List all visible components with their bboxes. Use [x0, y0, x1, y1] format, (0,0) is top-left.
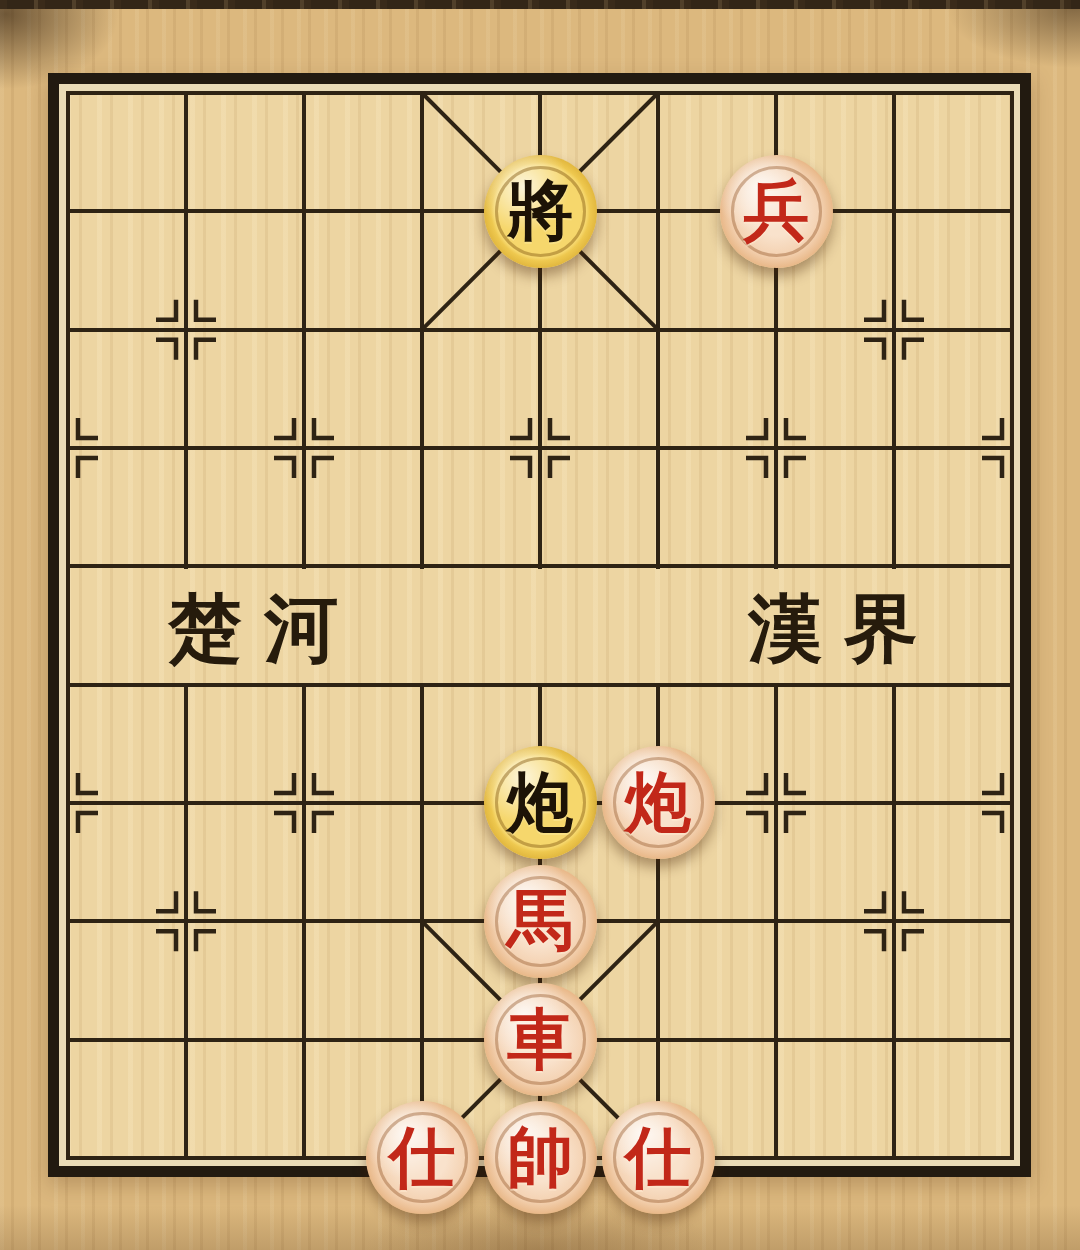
intersection[interactable] [363, 744, 481, 862]
intersection[interactable] [599, 389, 717, 507]
intersection[interactable] [481, 625, 599, 743]
intersection[interactable] [953, 625, 1071, 743]
intersection[interactable] [9, 980, 127, 1098]
intersection[interactable] [717, 744, 835, 862]
intersection[interactable] [599, 270, 717, 388]
intersection[interactable]: 車 [481, 980, 599, 1098]
intersection[interactable] [245, 862, 363, 980]
intersection[interactable] [245, 980, 363, 1098]
intersection[interactable] [127, 34, 245, 152]
intersection[interactable] [245, 152, 363, 270]
piece-red-advisor-left[interactable]: 仕 [366, 1101, 479, 1214]
intersection[interactable] [9, 862, 127, 980]
piece-glyph: 兵 [743, 178, 809, 244]
intersection[interactable] [127, 507, 245, 625]
intersection[interactable] [953, 389, 1071, 507]
intersection[interactable] [599, 152, 717, 270]
intersection[interactable] [245, 625, 363, 743]
intersection[interactable] [835, 507, 953, 625]
intersection[interactable] [835, 1099, 953, 1217]
board-grid: 將兵炮炮馬車仕帥仕 [9, 34, 1071, 1217]
intersection[interactable] [9, 270, 127, 388]
intersection[interactable] [835, 389, 953, 507]
intersection[interactable] [481, 270, 599, 388]
intersection[interactable] [599, 625, 717, 743]
piece-glyph: 仕 [389, 1125, 455, 1191]
piece-black-cannon[interactable]: 炮 [484, 746, 597, 859]
intersection[interactable] [9, 34, 127, 152]
intersection[interactable] [363, 507, 481, 625]
piece-red-chariot[interactable]: 車 [484, 983, 597, 1096]
intersection[interactable] [363, 389, 481, 507]
piece-glyph: 將 [507, 178, 573, 244]
intersection[interactable] [363, 34, 481, 152]
intersection[interactable] [717, 980, 835, 1098]
intersection[interactable] [953, 862, 1071, 980]
intersection[interactable]: 將 [481, 152, 599, 270]
intersection[interactable] [717, 507, 835, 625]
intersection[interactable] [481, 389, 599, 507]
piece-red-advisor-right[interactable]: 仕 [602, 1101, 715, 1214]
intersection[interactable] [245, 270, 363, 388]
intersection[interactable] [9, 744, 127, 862]
intersection[interactable] [835, 862, 953, 980]
intersection[interactable] [245, 744, 363, 862]
intersection[interactable] [953, 1099, 1071, 1217]
intersection[interactable] [363, 862, 481, 980]
intersection[interactable] [717, 1099, 835, 1217]
intersection[interactable] [835, 34, 953, 152]
intersection[interactable] [127, 152, 245, 270]
intersection[interactable] [9, 152, 127, 270]
intersection[interactable] [127, 862, 245, 980]
intersection[interactable] [363, 152, 481, 270]
intersection[interactable]: 帥 [481, 1099, 599, 1217]
intersection[interactable] [717, 34, 835, 152]
intersection[interactable] [363, 270, 481, 388]
intersection[interactable] [363, 625, 481, 743]
intersection[interactable] [953, 152, 1071, 270]
intersection[interactable]: 仕 [363, 1099, 481, 1217]
piece-glyph: 車 [507, 1007, 573, 1073]
piece-glyph: 帥 [507, 1125, 573, 1191]
piece-red-cannon[interactable]: 炮 [602, 746, 715, 859]
intersection[interactable] [717, 862, 835, 980]
intersection[interactable] [481, 507, 599, 625]
intersection[interactable] [127, 744, 245, 862]
intersection[interactable] [127, 389, 245, 507]
intersection[interactable] [127, 270, 245, 388]
intersection[interactable] [835, 980, 953, 1098]
intersection[interactable] [9, 507, 127, 625]
intersection[interactable] [599, 34, 717, 152]
intersection[interactable] [835, 152, 953, 270]
piece-red-general[interactable]: 帥 [484, 1101, 597, 1214]
intersection[interactable] [953, 34, 1071, 152]
intersection[interactable] [245, 1099, 363, 1217]
intersection[interactable] [953, 980, 1071, 1098]
shelf-edge-strip [0, 0, 1080, 9]
intersection[interactable] [9, 1099, 127, 1217]
intersection[interactable] [9, 625, 127, 743]
piece-black-general[interactable]: 將 [484, 155, 597, 268]
intersection[interactable] [245, 507, 363, 625]
intersection[interactable] [127, 980, 245, 1098]
intersection[interactable] [835, 270, 953, 388]
intersection[interactable]: 兵 [717, 152, 835, 270]
piece-glyph: 炮 [625, 770, 691, 836]
intersection[interactable]: 炮 [481, 744, 599, 862]
intersection[interactable] [127, 1099, 245, 1217]
intersection[interactable] [245, 34, 363, 152]
intersection[interactable] [953, 270, 1071, 388]
intersection[interactable] [717, 625, 835, 743]
intersection[interactable] [127, 625, 245, 743]
intersection[interactable] [9, 389, 127, 507]
intersection[interactable]: 炮 [599, 744, 717, 862]
intersection[interactable] [835, 625, 953, 743]
piece-glyph: 馬 [507, 888, 573, 954]
intersection[interactable] [835, 744, 953, 862]
intersection[interactable] [953, 507, 1071, 625]
intersection[interactable] [481, 34, 599, 152]
xiangqi-screenshot: 楚河 漢界 將兵炮炮馬車仕帥仕 [0, 0, 1080, 1250]
intersection[interactable] [717, 389, 835, 507]
intersection[interactable] [599, 507, 717, 625]
intersection[interactable] [245, 389, 363, 507]
intersection[interactable] [953, 744, 1071, 862]
piece-red-horse[interactable]: 馬 [484, 865, 597, 978]
intersection[interactable]: 仕 [599, 1099, 717, 1217]
piece-glyph: 仕 [625, 1125, 691, 1191]
intersection[interactable] [599, 862, 717, 980]
intersection[interactable] [717, 270, 835, 388]
piece-red-soldier[interactable]: 兵 [720, 155, 833, 268]
intersection[interactable] [599, 980, 717, 1098]
intersection[interactable]: 馬 [481, 862, 599, 980]
piece-glyph: 炮 [507, 770, 573, 836]
intersection[interactable] [363, 980, 481, 1098]
